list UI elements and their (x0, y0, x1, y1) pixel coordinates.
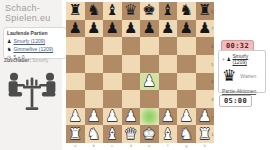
running-games-box: Laufende Partien ♟ Smurfy (1209) ♞ Gimme… (3, 27, 67, 59)
square-f3[interactable] (159, 90, 178, 108)
square-a8[interactable]: ♜ (66, 2, 85, 20)
square-b3[interactable] (85, 90, 104, 108)
square-h2[interactable]: ♟2 (196, 108, 215, 126)
rank-coordinate: 7 (211, 26, 213, 31)
rank-coordinate: 2 (211, 114, 213, 119)
black-bishop-piece: ♝ (106, 3, 119, 18)
rank-coordinate: 3 (211, 96, 213, 101)
file-coordinate: f (159, 143, 178, 149)
black-knight-piece: ♞ (180, 3, 193, 18)
square-d2[interactable]: ♟ (122, 108, 141, 126)
file-coordinate: c (103, 143, 122, 149)
square-f7[interactable]: ♟ (159, 20, 178, 38)
square-c3[interactable] (103, 90, 122, 108)
square-b2[interactable]: ♟ (85, 108, 104, 126)
square-f5[interactable] (159, 55, 178, 73)
white-pawn-piece: ♟ (180, 109, 193, 124)
game-entry-2[interactable]: ♞ Gimmefive (1209) (7, 46, 63, 52)
game-info-panel: + ♟ Smurfy (1209) ♛ Warten Partie-Aktion… (218, 50, 266, 93)
square-h7[interactable]: ♟7 (196, 20, 215, 38)
rank-coordinate: 5 (211, 61, 213, 66)
white-pawn-piece: ♟ (106, 109, 119, 124)
square-g8[interactable]: ♞ (177, 2, 196, 20)
square-g3[interactable] (177, 90, 196, 108)
black-queen-crown-icon: ♛ (222, 68, 236, 84)
square-a7[interactable]: ♟ (66, 20, 85, 38)
white-pawn-piece: ♟ (161, 109, 174, 124)
square-f1[interactable]: ♝ (159, 125, 178, 143)
square-e7[interactable]: ♟ (140, 20, 159, 38)
status-row: ♛ Warten (222, 68, 262, 84)
square-b4[interactable] (85, 73, 104, 91)
file-coordinate: h (196, 143, 215, 149)
white-rook-piece: ♜ (198, 127, 211, 142)
spectators-line: Zuschauer: Smurfy (4, 57, 48, 63)
square-e3[interactable] (140, 90, 159, 108)
square-h6[interactable]: 6 (196, 37, 215, 55)
site-logo[interactable]: Schach- Spielen.eu (5, 3, 51, 23)
black-rook-piece: ♜ (198, 3, 211, 18)
black-pawn-piece: ♟ (161, 21, 174, 36)
square-b1[interactable]: ♞ (85, 125, 104, 143)
square-b7[interactable]: ♟ (85, 20, 104, 38)
white-queen-piece: ♛ (124, 127, 137, 142)
white-king-piece: ♚ (143, 127, 156, 142)
white-pawn-piece: ♟ (198, 109, 211, 124)
game-entry-1-label[interactable]: Smurfy (1209) (13, 38, 45, 44)
square-b8[interactable]: ♞ (85, 2, 104, 20)
white-bishop-piece: ♝ (161, 127, 174, 142)
black-knight-icon: ♞ (7, 46, 11, 52)
player-line[interactable]: + ♟ Smurfy (1209) (222, 53, 262, 65)
white-bishop-piece: ♝ (106, 127, 119, 142)
square-c5[interactable] (103, 55, 122, 73)
square-d4[interactable] (122, 73, 141, 91)
square-f2[interactable]: ♟ (159, 108, 178, 126)
square-a1[interactable]: ♜ (66, 125, 85, 143)
square-h3[interactable]: 3 (196, 90, 215, 108)
square-d5[interactable] (122, 55, 141, 73)
file-coordinate: e (140, 143, 159, 149)
square-e4[interactable]: ♟ (140, 73, 159, 91)
square-b5[interactable] (85, 55, 104, 73)
rank-coordinate: 4 (211, 79, 213, 84)
file-coordinate: d (122, 143, 141, 149)
square-e2[interactable] (140, 108, 159, 126)
white-pawn-piece: ♟ (87, 109, 100, 124)
black-pawn-piece: ♟ (143, 21, 156, 36)
black-queen-piece: ♛ (124, 3, 137, 18)
rank-coordinate: 1 (211, 132, 213, 137)
status-text: Warten (240, 73, 256, 79)
square-h4[interactable]: 4 (196, 73, 215, 91)
file-coordinate: b (85, 143, 104, 149)
black-pawn-piece: ♟ (87, 21, 100, 36)
square-a4[interactable] (66, 73, 85, 91)
black-bishop-piece: ♝ (161, 3, 174, 18)
square-d8[interactable]: ♛ (122, 2, 141, 20)
logo-line1: Schach- (5, 3, 51, 13)
square-c2[interactable]: ♟ (103, 108, 122, 126)
white-clock: 05:00 (219, 95, 252, 107)
black-pawn-piece: ♟ (124, 21, 137, 36)
square-e6[interactable] (140, 37, 159, 55)
square-a2[interactable]: ♟ (66, 108, 85, 126)
white-pawn-piece: ♟ (143, 74, 156, 89)
black-knight-piece: ♞ (87, 3, 100, 18)
chess-board: ♜♞♝♛♚♝♞♜8♟♟♟♟♟♟♟♟765♟43♟♟♟♟♟♟♟2♜♞♝♛♚♝♞♜1 (66, 2, 214, 143)
square-h8[interactable]: ♜8 (196, 2, 215, 20)
chess-players-table-icon (5, 69, 59, 119)
black-pawn-icon: ♟ (226, 56, 230, 62)
black-pawn-piece: ♟ (180, 21, 193, 36)
game-actions-link[interactable]: Partie-Aktionen (222, 88, 262, 94)
black-pawn-piece: ♟ (198, 21, 211, 36)
square-h5[interactable]: 5 (196, 55, 215, 73)
white-knight-piece: ♞ (87, 127, 100, 142)
black-rook-piece: ♜ (69, 3, 82, 18)
rank-coordinate: 6 (211, 44, 213, 49)
square-a6[interactable] (66, 37, 85, 55)
square-c8[interactable]: ♝ (103, 2, 122, 20)
square-f4[interactable] (159, 73, 178, 91)
square-g5[interactable] (177, 55, 196, 73)
square-a3[interactable] (66, 90, 85, 108)
running-games-title: Laufende Partien (7, 30, 63, 36)
square-g2[interactable]: ♟ (177, 108, 196, 126)
black-pawn-icon: ♟ (7, 38, 11, 44)
square-g6[interactable] (177, 37, 196, 55)
logo-line2: Spielen.eu (5, 13, 51, 23)
square-c7[interactable]: ♟ (103, 20, 122, 38)
square-h1[interactable]: ♜1 (196, 125, 215, 143)
square-g1[interactable]: ♞ (177, 125, 196, 143)
spectators-label: Zuschauer: (4, 57, 31, 63)
square-g7[interactable]: ♟ (177, 20, 196, 38)
square-d3[interactable] (122, 90, 141, 108)
white-knight-piece: ♞ (180, 127, 193, 142)
square-e8[interactable]: ♚ (140, 2, 159, 20)
square-d6[interactable] (122, 37, 141, 55)
square-d1[interactable]: ♛ (122, 125, 141, 143)
add-icon: + (222, 56, 225, 62)
square-e5[interactable] (140, 55, 159, 73)
square-e1[interactable]: ♚ (140, 125, 159, 143)
game-entry-1[interactable]: ♟ Smurfy (1209) (7, 38, 63, 44)
file-coordinate: a (66, 143, 85, 149)
black-pawn-piece: ♟ (106, 21, 119, 36)
square-f6[interactable] (159, 37, 178, 55)
square-b6[interactable] (85, 37, 104, 55)
file-coordinates: abcdefgh (66, 143, 214, 149)
square-a5[interactable] (66, 55, 85, 73)
square-c6[interactable] (103, 37, 122, 55)
black-king-piece: ♚ (143, 3, 156, 18)
white-pawn-piece: ♟ (124, 109, 137, 124)
square-g4[interactable] (177, 73, 196, 91)
square-d7[interactable]: ♟ (122, 20, 141, 38)
file-coordinate: g (177, 143, 196, 149)
black-pawn-piece: ♟ (69, 21, 82, 36)
rank-coordinate: 8 (211, 8, 213, 13)
square-c1[interactable]: ♝ (103, 125, 122, 143)
square-c4[interactable] (103, 73, 122, 91)
spectators-value: Smurfy (32, 57, 48, 63)
player-name-link[interactable]: Smurfy (1209) (232, 53, 262, 65)
game-entry-2-label[interactable]: Gimmefive (1209) (13, 46, 53, 52)
white-pawn-piece: ♟ (69, 109, 82, 124)
white-rook-piece: ♜ (69, 127, 82, 142)
square-f8[interactable]: ♝ (159, 2, 178, 20)
